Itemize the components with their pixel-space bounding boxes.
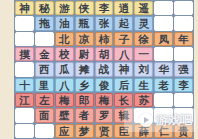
- tile-r6c2[interactable]: 里: [35, 78, 54, 92]
- tile-r3c7[interactable]: 徐: [134, 32, 153, 46]
- tile-r4c2[interactable]: 金: [35, 47, 54, 61]
- tile-r1c2[interactable]: 秘: [35, 1, 54, 15]
- tile-r3c4[interactable]: 凉: [75, 32, 94, 46]
- tile-r7c4[interactable]: 郎: [75, 93, 94, 107]
- empty-cell: [134, 108, 153, 122]
- empty-cell: [174, 1, 193, 15]
- tile-r9c3[interactable]: 应: [55, 124, 74, 138]
- tile-r9c6[interactable]: 臣: [114, 124, 133, 138]
- tile-r1c7[interactable]: 遥: [134, 1, 153, 15]
- empty-cell: [35, 32, 54, 46]
- tile-r5c5[interactable]: 战: [95, 62, 114, 76]
- empty-cell: [15, 62, 34, 76]
- tile-r7c3[interactable]: 梅: [55, 93, 74, 107]
- empty-cell: [15, 108, 34, 122]
- tile-r5c7[interactable]: 刘: [134, 62, 153, 76]
- tile-r1c6[interactable]: 逍: [114, 1, 133, 15]
- tile-r7c5[interactable]: 梅: [95, 93, 114, 107]
- empty-cell: [174, 47, 193, 61]
- tile-r3c6[interactable]: 子: [114, 32, 133, 46]
- tile-r9c8[interactable]: 仁: [154, 124, 173, 138]
- tile-r7c6[interactable]: 长: [114, 93, 133, 107]
- tile-r5c8[interactable]: 华: [154, 62, 173, 76]
- tile-r2c5[interactable]: 张: [95, 16, 114, 30]
- tile-r1c4[interactable]: 侠: [75, 1, 94, 15]
- tile-r8c2[interactable]: 面: [35, 108, 54, 122]
- empty-cell: [154, 1, 173, 15]
- tile-r1c3[interactable]: 游: [55, 1, 74, 15]
- tile-r4c6[interactable]: 八: [114, 47, 133, 61]
- tile-r2c6[interactable]: 起: [114, 16, 133, 30]
- tile-r6c9[interactable]: 李: [174, 78, 193, 92]
- tile-r5c9[interactable]: 强: [174, 62, 193, 76]
- empty-cell: [35, 124, 54, 138]
- empty-cell: [174, 93, 193, 107]
- tile-r5c3[interactable]: 瓜: [55, 62, 74, 76]
- tile-r6c8[interactable]: 老: [154, 78, 173, 92]
- tile-r5c2[interactable]: 西: [35, 62, 54, 76]
- empty-cell: [15, 124, 34, 138]
- tile-r4c1[interactable]: 摸: [15, 47, 34, 61]
- tile-r2c3[interactable]: 油: [55, 16, 74, 30]
- puzzle-screen: 神秘游侠李逍遥拖油瓶张起灵北凉柿子徐凤年摸金校尉胡八一西瓜摊战神刘华强十里八乡俊…: [0, 0, 198, 139]
- tile-r6c5[interactable]: 俊: [95, 78, 114, 92]
- tile-r9c5[interactable]: 贤: [95, 124, 114, 138]
- tile-r9c9[interactable]: 贵: [174, 124, 193, 138]
- tile-r9c4[interactable]: 梦: [75, 124, 94, 138]
- tile-r3c9[interactable]: 年: [174, 32, 193, 46]
- tile-r7c1[interactable]: 江: [15, 93, 34, 107]
- tile-r3c3[interactable]: 北: [55, 32, 74, 46]
- tile-r6c1[interactable]: 十: [15, 78, 34, 92]
- empty-cell: [174, 16, 193, 30]
- tile-r3c8[interactable]: 凤: [154, 32, 173, 46]
- tile-r4c5[interactable]: 胡: [95, 47, 114, 61]
- empty-cell: [154, 108, 173, 122]
- tile-r2c2[interactable]: 拖: [35, 16, 54, 30]
- empty-cell: [154, 47, 173, 61]
- tile-r8c5[interactable]: 罗: [95, 108, 114, 122]
- board: 神秘游侠李逍遥拖油瓶张起灵北凉柿子徐凤年摸金校尉胡八一西瓜摊战神刘华强十里八乡俊…: [14, 0, 194, 139]
- tile-r2c4[interactable]: 瓶: [75, 16, 94, 30]
- empty-cell: [15, 32, 34, 46]
- tile-r6c3[interactable]: 八: [55, 78, 74, 92]
- empty-cell: [15, 16, 34, 30]
- tile-r3c5[interactable]: 柿: [95, 32, 114, 46]
- empty-cell: [174, 108, 193, 122]
- tile-r1c1[interactable]: 神: [15, 1, 34, 15]
- tile-r5c6[interactable]: 神: [114, 62, 133, 76]
- empty-cell: [154, 16, 173, 30]
- tile-r7c2[interactable]: 左: [35, 93, 54, 107]
- tile-r7c7[interactable]: 苏: [134, 93, 153, 107]
- tile-r4c4[interactable]: 尉: [75, 47, 94, 61]
- tile-r4c3[interactable]: 校: [55, 47, 74, 61]
- tile-r8c4[interactable]: 者: [75, 108, 94, 122]
- tile-r6c4[interactable]: 乡: [75, 78, 94, 92]
- tile-r6c7[interactable]: 生: [134, 78, 153, 92]
- tile-r9c7[interactable]: 薛: [134, 124, 153, 138]
- empty-cell: [154, 93, 173, 107]
- tile-r4c7[interactable]: 一: [134, 47, 153, 61]
- tile-r5c4[interactable]: 摊: [75, 62, 94, 76]
- tile-r1c5[interactable]: 李: [95, 1, 114, 15]
- tile-r6c6[interactable]: 后: [114, 78, 133, 92]
- tile-r8c6[interactable]: 辑: [114, 108, 133, 122]
- tile-r2c7[interactable]: 灵: [134, 16, 153, 30]
- tile-r8c3[interactable]: 壁: [55, 108, 74, 122]
